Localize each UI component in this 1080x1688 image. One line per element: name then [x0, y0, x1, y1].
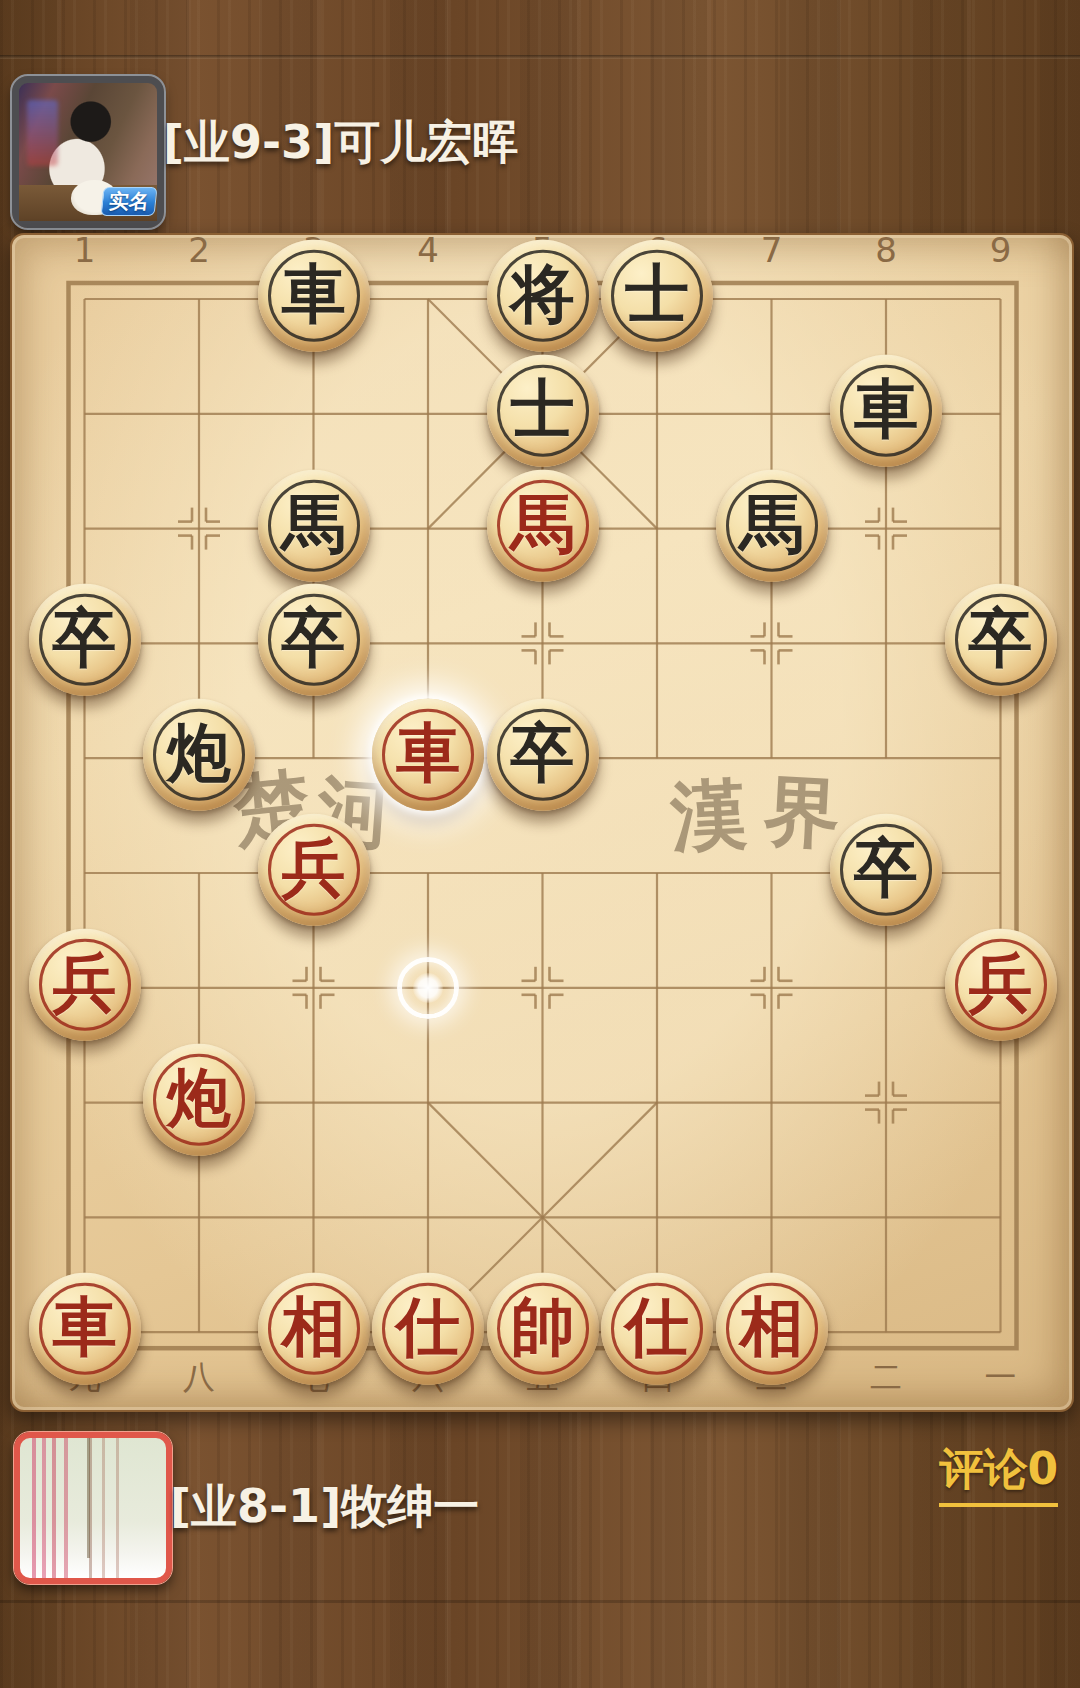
piece-red-elephant[interactable]: 相 — [716, 1273, 828, 1385]
piece-glyph: 将 — [511, 262, 575, 326]
piece-glyph: 馬 — [511, 491, 575, 555]
river-character: 界 — [761, 761, 842, 868]
piece-black-general[interactable]: 将 — [487, 240, 599, 352]
piece-black-soldier[interactable]: 卒 — [29, 584, 141, 696]
piece-black-advisor[interactable]: 士 — [487, 354, 599, 466]
piece-red-chariot[interactable]: 車 — [372, 699, 484, 811]
piece-black-soldier[interactable]: 卒 — [830, 814, 942, 926]
piece-glyph: 仕 — [396, 1295, 460, 1359]
piece-black-cannon[interactable]: 炮 — [143, 699, 255, 811]
piece-glyph: 炮 — [167, 721, 231, 785]
piece-red-horse[interactable]: 馬 — [487, 469, 599, 581]
piece-red-elephant[interactable]: 相 — [258, 1273, 370, 1385]
piece-glyph: 卒 — [511, 721, 575, 785]
file-label-top-7: 7 — [761, 230, 783, 270]
wood-seam — [0, 1600, 1080, 1603]
piece-black-horse[interactable]: 馬 — [258, 469, 370, 581]
piece-glyph: 卒 — [282, 606, 346, 670]
piece-black-soldier[interactable]: 卒 — [487, 699, 599, 811]
piece-glyph: 兵 — [282, 836, 346, 900]
file-label-top-2: 2 — [188, 230, 210, 270]
piece-red-chariot[interactable]: 車 — [29, 1273, 141, 1385]
file-label-top-9: 9 — [990, 230, 1012, 270]
piece-black-soldier[interactable]: 卒 — [945, 584, 1057, 696]
file-label-top-1: 1 — [74, 230, 96, 270]
piece-red-cannon[interactable]: 炮 — [143, 1043, 255, 1155]
piece-glyph: 車 — [396, 721, 460, 785]
piece-glyph: 炮 — [167, 1065, 231, 1129]
piece-red-advisor[interactable]: 仕 — [601, 1273, 713, 1385]
piece-glyph: 帥 — [511, 1295, 575, 1359]
piece-glyph: 馬 — [282, 491, 346, 555]
piece-glyph: 車 — [854, 376, 918, 440]
piece-black-soldier[interactable]: 卒 — [258, 584, 370, 696]
file-label-bottom: 八 — [183, 1356, 215, 1400]
avatar-photo-detail — [27, 100, 57, 166]
xiangqi-board[interactable]: 123456789 九八七六五四三二一 楚河漢界 車将士士車馬馬馬卒卒卒炮車卒兵… — [10, 233, 1074, 1412]
piece-black-horse[interactable]: 馬 — [716, 469, 828, 581]
piece-glyph: 車 — [282, 262, 346, 326]
piece-glyph: 相 — [282, 1295, 346, 1359]
river-character: 漢 — [668, 764, 749, 871]
comments-link[interactable]: 评论0 — [939, 1440, 1058, 1507]
piece-glyph: 兵 — [53, 950, 117, 1014]
real-name-badge: 实名 — [100, 187, 157, 216]
piece-black-advisor[interactable]: 士 — [601, 240, 713, 352]
piece-red-general[interactable]: 帥 — [487, 1273, 599, 1385]
wood-seam — [0, 55, 1080, 59]
piece-black-chariot[interactable]: 車 — [258, 240, 370, 352]
file-label-bottom: 二 — [870, 1356, 902, 1400]
file-label-top-8: 8 — [875, 230, 897, 270]
piece-red-soldier[interactable]: 兵 — [945, 928, 1057, 1040]
piece-glyph: 相 — [740, 1295, 804, 1359]
last-move-origin-indicator — [397, 957, 459, 1019]
top-player-avatar[interactable]: 实名 — [12, 76, 164, 228]
piece-glyph: 卒 — [53, 606, 117, 670]
piece-glyph: 卒 — [969, 606, 1033, 670]
piece-red-soldier[interactable]: 兵 — [258, 814, 370, 926]
bottom-player-name: [业8-1]牧绅一 — [170, 1476, 479, 1538]
piece-red-soldier[interactable]: 兵 — [29, 928, 141, 1040]
piece-glyph: 仕 — [625, 1295, 689, 1359]
piece-glyph: 馬 — [740, 491, 804, 555]
app-screen: 实名 [业9-3]可儿宏晖 123456789 九八七六五四三二一 楚河漢界 車… — [0, 0, 1080, 1688]
piece-glyph: 車 — [53, 1295, 117, 1359]
piece-black-chariot[interactable]: 車 — [830, 354, 942, 466]
file-label-top-4: 4 — [417, 230, 439, 270]
piece-glyph: 士 — [625, 262, 689, 326]
piece-red-advisor[interactable]: 仕 — [372, 1273, 484, 1385]
file-label-bottom: 一 — [985, 1356, 1017, 1400]
piece-glyph: 士 — [511, 376, 575, 440]
piece-glyph: 兵 — [969, 950, 1033, 1014]
top-player-name: [业9-3]可儿宏晖 — [163, 112, 518, 174]
piece-glyph: 卒 — [854, 836, 918, 900]
bottom-player-avatar[interactable] — [14, 1432, 172, 1584]
avatar-photo-detail — [87, 1438, 90, 1558]
